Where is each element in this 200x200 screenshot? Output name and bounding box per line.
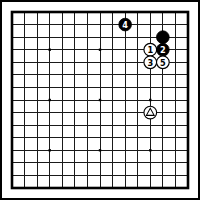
move-number-label: 3	[147, 58, 153, 68]
star-point	[49, 99, 51, 101]
move-number-label: 2	[160, 45, 166, 55]
star-point	[99, 149, 101, 151]
star-point	[99, 99, 101, 101]
go-board: 12345	[2, 2, 198, 198]
star-point	[149, 149, 151, 151]
star-point	[149, 99, 151, 101]
move-number-label: 1	[147, 45, 153, 55]
move-number-label: 4	[122, 20, 128, 30]
star-point	[99, 49, 101, 51]
star-point	[49, 49, 51, 51]
go-stone-black	[157, 31, 170, 44]
move-number-label: 5	[160, 58, 166, 68]
star-point	[49, 149, 51, 151]
go-diagram: 12345	[0, 0, 200, 200]
